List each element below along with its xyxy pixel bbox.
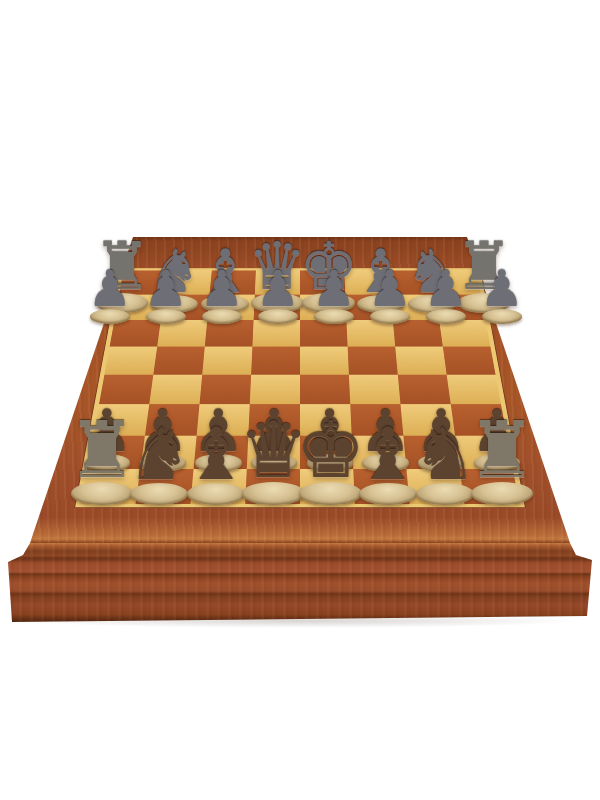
- square-e5[interactable]: [300, 347, 349, 375]
- rook-glyph: ♜: [467, 411, 537, 489]
- piece-black-pawn-g7[interactable]: ♟: [421, 264, 471, 324]
- square-b5[interactable]: [153, 347, 204, 375]
- piece-black-pawn-a7[interactable]: ♟: [85, 264, 135, 324]
- pawn-glyph: ♟: [368, 264, 413, 314]
- pawn-glyph: ♟: [200, 264, 245, 314]
- piece-black-pawn-b7[interactable]: ♟: [141, 264, 191, 324]
- square-f5[interactable]: [348, 347, 398, 375]
- piece-black-pawn-d7[interactable]: ♟: [253, 264, 303, 324]
- piece-black-pawn-e7[interactable]: ♟: [309, 264, 359, 324]
- square-h5[interactable]: [443, 347, 496, 375]
- chess-set-photo: ♜♞♝♛♚♝♞♜♟♟♟♟♟♟♟♟♟♟♟♟♟♟♟♟♜♞♝♛♚♝♞♜: [0, 0, 600, 800]
- square-c5[interactable]: [202, 347, 252, 375]
- piece-black-pawn-h7[interactable]: ♟: [477, 264, 527, 324]
- pawn-glyph: ♟: [88, 264, 133, 314]
- box-front-panel: [8, 543, 592, 623]
- square-a5[interactable]: [104, 347, 157, 375]
- square-g5[interactable]: [395, 347, 446, 375]
- pawn-glyph: ♟: [256, 264, 301, 314]
- pawn-glyph: ♟: [144, 264, 189, 314]
- pawn-glyph: ♟: [424, 264, 469, 314]
- pawn-glyph: ♟: [480, 264, 525, 314]
- piece-black-pawn-f7[interactable]: ♟: [365, 264, 415, 324]
- pawn-glyph: ♟: [312, 264, 357, 314]
- square-d5[interactable]: [251, 347, 300, 375]
- piece-white-rook-h1[interactable]: ♜: [463, 411, 541, 505]
- piece-black-pawn-c7[interactable]: ♟: [197, 264, 247, 324]
